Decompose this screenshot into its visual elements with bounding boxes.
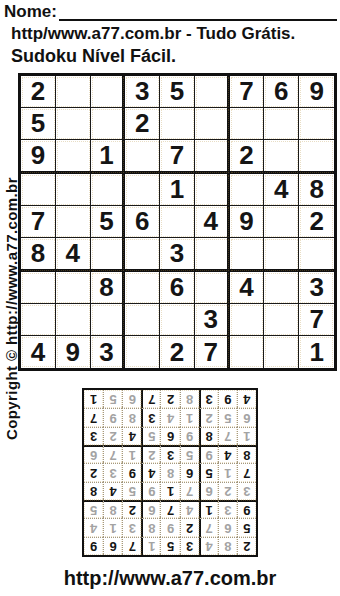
solution-cell-r7c9: 3 xyxy=(84,427,103,445)
solution-cell-r8c8: 9 xyxy=(103,408,122,426)
solution-cell-r1c8: 6 xyxy=(103,537,122,555)
solution-cell-r2c8: 1 xyxy=(103,518,122,536)
cell-r3c7: 2 xyxy=(230,140,265,174)
cell-r1c4: 3 xyxy=(125,76,160,108)
solution-cell-r6c5: 3 xyxy=(160,445,179,463)
solution-cell-r9c7: 6 xyxy=(122,390,141,408)
cell-r7c8[interactable] xyxy=(264,272,299,304)
cell-r3c6[interactable] xyxy=(195,140,230,174)
cell-r8c2[interactable] xyxy=(56,304,91,336)
name-blank-line[interactable] xyxy=(59,2,337,21)
cell-r6c8[interactable] xyxy=(264,238,299,272)
cell-r5c3: 5 xyxy=(91,206,126,238)
cell-r9c8[interactable] xyxy=(264,336,299,368)
solution-cell-r5c5: 8 xyxy=(160,463,179,481)
cell-r6c9[interactable] xyxy=(299,238,334,272)
cell-r5c6: 4 xyxy=(195,206,230,238)
cell-r2c8[interactable] xyxy=(264,108,299,140)
solution-cell-r4c9: 8 xyxy=(84,482,103,500)
cell-r7c3: 8 xyxy=(91,272,126,304)
solution-cell-r4c7: 5 xyxy=(122,482,141,500)
solution-cell-r1c1: 2 xyxy=(237,537,256,555)
solution-cell-r7c5: 6 xyxy=(160,427,179,445)
solution-cell-r3c1: 9 xyxy=(237,500,256,518)
cell-r1c2[interactable] xyxy=(56,76,91,108)
cell-r3c4[interactable] xyxy=(125,140,160,174)
solution-cell-r7c8: 2 xyxy=(103,427,122,445)
cell-r3c5: 7 xyxy=(160,140,195,174)
solution-cell-r3c6: 6 xyxy=(141,500,160,518)
cell-r5c8[interactable] xyxy=(264,206,299,238)
cell-r6c4[interactable] xyxy=(125,238,160,272)
solution-cell-r2c2: 6 xyxy=(218,518,237,536)
cell-r5c5[interactable] xyxy=(160,206,195,238)
solution-cell-r2c6: 8 xyxy=(141,518,160,536)
solution-cell-r3c3: 1 xyxy=(199,500,218,518)
cell-r5c7: 9 xyxy=(230,206,265,238)
cell-r6c7[interactable] xyxy=(230,238,265,272)
solution-cell-r7c6: 5 xyxy=(141,427,160,445)
solution-cell-r6c8: 7 xyxy=(103,445,122,463)
cell-r1c5: 5 xyxy=(160,76,195,108)
cell-r4c9: 8 xyxy=(299,174,334,206)
cell-r8c3[interactable] xyxy=(91,304,126,336)
solution-cell-r8c6: 3 xyxy=(141,408,160,426)
cell-r9c3: 3 xyxy=(91,336,126,368)
sudoku-grid: 235769529172148756492843864337493271 xyxy=(18,73,337,371)
solution-cell-r8c2: 5 xyxy=(218,408,237,426)
solution-cell-r7c2: 7 xyxy=(218,427,237,445)
page-title: Sudoku Nível Fácil. xyxy=(11,46,176,67)
solution-cell-r9c8: 5 xyxy=(103,390,122,408)
cell-r2c3[interactable] xyxy=(91,108,126,140)
cell-r7c4[interactable] xyxy=(125,272,160,304)
cell-r7c7: 4 xyxy=(230,272,265,304)
solution-cell-r8c4: 1 xyxy=(180,408,199,426)
solution-cell-r8c5: 4 xyxy=(160,408,179,426)
cell-r9c6: 7 xyxy=(195,336,230,368)
cell-r4c7[interactable] xyxy=(230,174,265,206)
solution-cell-r3c2: 3 xyxy=(218,500,237,518)
cell-r7c5: 6 xyxy=(160,272,195,304)
cell-r9c1: 4 xyxy=(21,336,56,368)
cell-r4c2[interactable] xyxy=(56,174,91,206)
solution-cell-r4c8: 4 xyxy=(103,482,122,500)
solution-cell-r5c1: 7 xyxy=(237,463,256,481)
cell-r2c2[interactable] xyxy=(56,108,91,140)
solution-cell-r8c7: 8 xyxy=(122,408,141,426)
cell-r5c1: 7 xyxy=(21,206,56,238)
solution-cell-r8c1: 6 xyxy=(237,408,256,426)
cell-r4c1[interactable] xyxy=(21,174,56,206)
solution-cell-r7c3: 8 xyxy=(199,427,218,445)
solution-cell-r6c4: 5 xyxy=(180,445,199,463)
solution-cell-r1c5: 5 xyxy=(160,537,179,555)
site-header: http/www.a77.com.br - Tudo Grátis. xyxy=(11,24,295,44)
solution-cell-r7c1: 1 xyxy=(237,427,256,445)
cell-r2c1: 5 xyxy=(21,108,56,140)
cell-r4c4[interactable] xyxy=(125,174,160,206)
solution-cell-r3c4: 4 xyxy=(180,500,199,518)
copyright-sidebar: Copyright © http://www.a77.com.br xyxy=(0,148,18,440)
solution-cell-r5c4: 6 xyxy=(180,463,199,481)
cell-r4c5: 1 xyxy=(160,174,195,206)
cell-r6c2: 4 xyxy=(56,238,91,272)
solution-cell-r5c7: 9 xyxy=(122,463,141,481)
cell-r8c7[interactable] xyxy=(230,304,265,336)
cell-r8c1[interactable] xyxy=(21,304,56,336)
solution-cell-r2c1: 5 xyxy=(237,518,256,536)
solution-cell-r8c3: 2 xyxy=(199,408,218,426)
solution-cell-r9c2: 9 xyxy=(218,390,237,408)
cell-r3c8[interactable] xyxy=(264,140,299,174)
solution-cell-r9c3: 3 xyxy=(199,390,218,408)
cell-r5c2[interactable] xyxy=(56,206,91,238)
solution-cell-r9c4: 8 xyxy=(180,390,199,408)
cell-r7c6[interactable] xyxy=(195,272,230,304)
solution-cell-r7c4: 9 xyxy=(180,427,199,445)
cell-r3c2[interactable] xyxy=(56,140,91,174)
solution-cell-r6c1: 8 xyxy=(237,445,256,463)
cell-r4c3[interactable] xyxy=(91,174,126,206)
solution-cell-r2c3: 7 xyxy=(199,518,218,536)
solution-cell-r4c2: 2 xyxy=(218,482,237,500)
solution-cell-r2c5: 9 xyxy=(160,518,179,536)
solution-cell-r1c3: 4 xyxy=(199,537,218,555)
cell-r2c6[interactable] xyxy=(195,108,230,140)
solution-cell-r3c5: 7 xyxy=(160,500,179,518)
cell-r7c2[interactable] xyxy=(56,272,91,304)
solution-cell-r5c6: 4 xyxy=(141,463,160,481)
solution-cell-r5c3: 5 xyxy=(199,463,218,481)
name-row: Nome: xyxy=(4,2,337,21)
cell-r4c6[interactable] xyxy=(195,174,230,206)
solution-cell-r3c7: 2 xyxy=(122,500,141,518)
cell-r5c9: 2 xyxy=(299,206,334,238)
cell-r7c9: 3 xyxy=(299,272,334,304)
cell-r6c5: 3 xyxy=(160,238,195,272)
solution-cell-r4c3: 6 xyxy=(199,482,218,500)
cell-r2c9[interactable] xyxy=(299,108,334,140)
solution-cell-r9c1: 4 xyxy=(237,390,256,408)
solution-cell-r4c6: 9 xyxy=(141,482,160,500)
solution-cell-r6c6: 2 xyxy=(141,445,160,463)
solution-cell-r2c4: 2 xyxy=(180,518,199,536)
cell-r9c7[interactable] xyxy=(230,336,265,368)
cell-r9c9: 1 xyxy=(299,336,334,368)
solution-cell-r1c2: 8 xyxy=(218,537,237,555)
solution-cell-r5c2: 1 xyxy=(218,463,237,481)
solution-cell-r3c8: 8 xyxy=(103,500,122,518)
cell-r8c8[interactable] xyxy=(264,304,299,336)
solution-cell-r6c3: 9 xyxy=(199,445,218,463)
solution-cell-r3c9: 5 xyxy=(84,500,103,518)
cell-r3c9[interactable] xyxy=(299,140,334,174)
solution-cell-r7c7: 4 xyxy=(122,427,141,445)
solution-grid: 2843517695672983149314762853267195487156… xyxy=(82,388,258,557)
copyright-text: Copyright © http://www.a77.com.br xyxy=(3,177,20,440)
solution-cell-r9c6: 7 xyxy=(141,390,160,408)
cell-r9c2: 9 xyxy=(56,336,91,368)
cell-r1c6[interactable] xyxy=(195,76,230,108)
solution-cell-r9c5: 2 xyxy=(160,390,179,408)
sudoku-sheet: Nome: http/www.a77.com.br - Tudo Grátis.… xyxy=(0,0,340,596)
solution-cell-r5c9: 2 xyxy=(84,463,103,481)
cell-r2c4: 2 xyxy=(125,108,160,140)
cell-r9c5: 2 xyxy=(160,336,195,368)
solution-cell-r4c5: 1 xyxy=(160,482,179,500)
cell-r3c3: 1 xyxy=(91,140,126,174)
solution-cell-r1c6: 1 xyxy=(141,537,160,555)
cell-r2c7[interactable] xyxy=(230,108,265,140)
solution-cell-r9c9: 1 xyxy=(84,390,103,408)
cell-r1c1: 2 xyxy=(21,76,56,108)
cell-r6c3[interactable] xyxy=(91,238,126,272)
cell-r1c3[interactable] xyxy=(91,76,126,108)
solution-cell-r6c2: 4 xyxy=(218,445,237,463)
solution-cell-r1c9: 9 xyxy=(84,537,103,555)
cell-r1c9: 9 xyxy=(299,76,334,108)
cell-r2c5[interactable] xyxy=(160,108,195,140)
solution-cell-r1c7: 7 xyxy=(122,537,141,555)
footer-url: http://www.a77.com.br xyxy=(0,567,340,590)
cell-r8c5[interactable] xyxy=(160,304,195,336)
solution-cell-r5c8: 3 xyxy=(103,463,122,481)
cell-r6c1: 8 xyxy=(21,238,56,272)
cell-r1c7: 7 xyxy=(230,76,265,108)
cell-r7c1[interactable] xyxy=(21,272,56,304)
solution-cell-r4c1: 3 xyxy=(237,482,256,500)
solution-cell-r1c4: 3 xyxy=(180,537,199,555)
solution-cell-r2c7: 3 xyxy=(122,518,141,536)
solution-cell-r4c4: 7 xyxy=(180,482,199,500)
cell-r8c4[interactable] xyxy=(125,304,160,336)
cell-r9c4[interactable] xyxy=(125,336,160,368)
cell-r8c6: 3 xyxy=(195,304,230,336)
cell-r1c8: 6 xyxy=(264,76,299,108)
solution-cell-r6c9: 6 xyxy=(84,445,103,463)
solution-cell-r2c9: 4 xyxy=(84,518,103,536)
cell-r8c9: 7 xyxy=(299,304,334,336)
name-label: Nome: xyxy=(4,2,57,21)
cell-r4c8: 4 xyxy=(264,174,299,206)
cell-r3c1: 9 xyxy=(21,140,56,174)
solution-cell-r8c9: 7 xyxy=(84,408,103,426)
cell-r6c6[interactable] xyxy=(195,238,230,272)
solution-cell-r6c7: 1 xyxy=(122,445,141,463)
cell-r5c4: 6 xyxy=(125,206,160,238)
